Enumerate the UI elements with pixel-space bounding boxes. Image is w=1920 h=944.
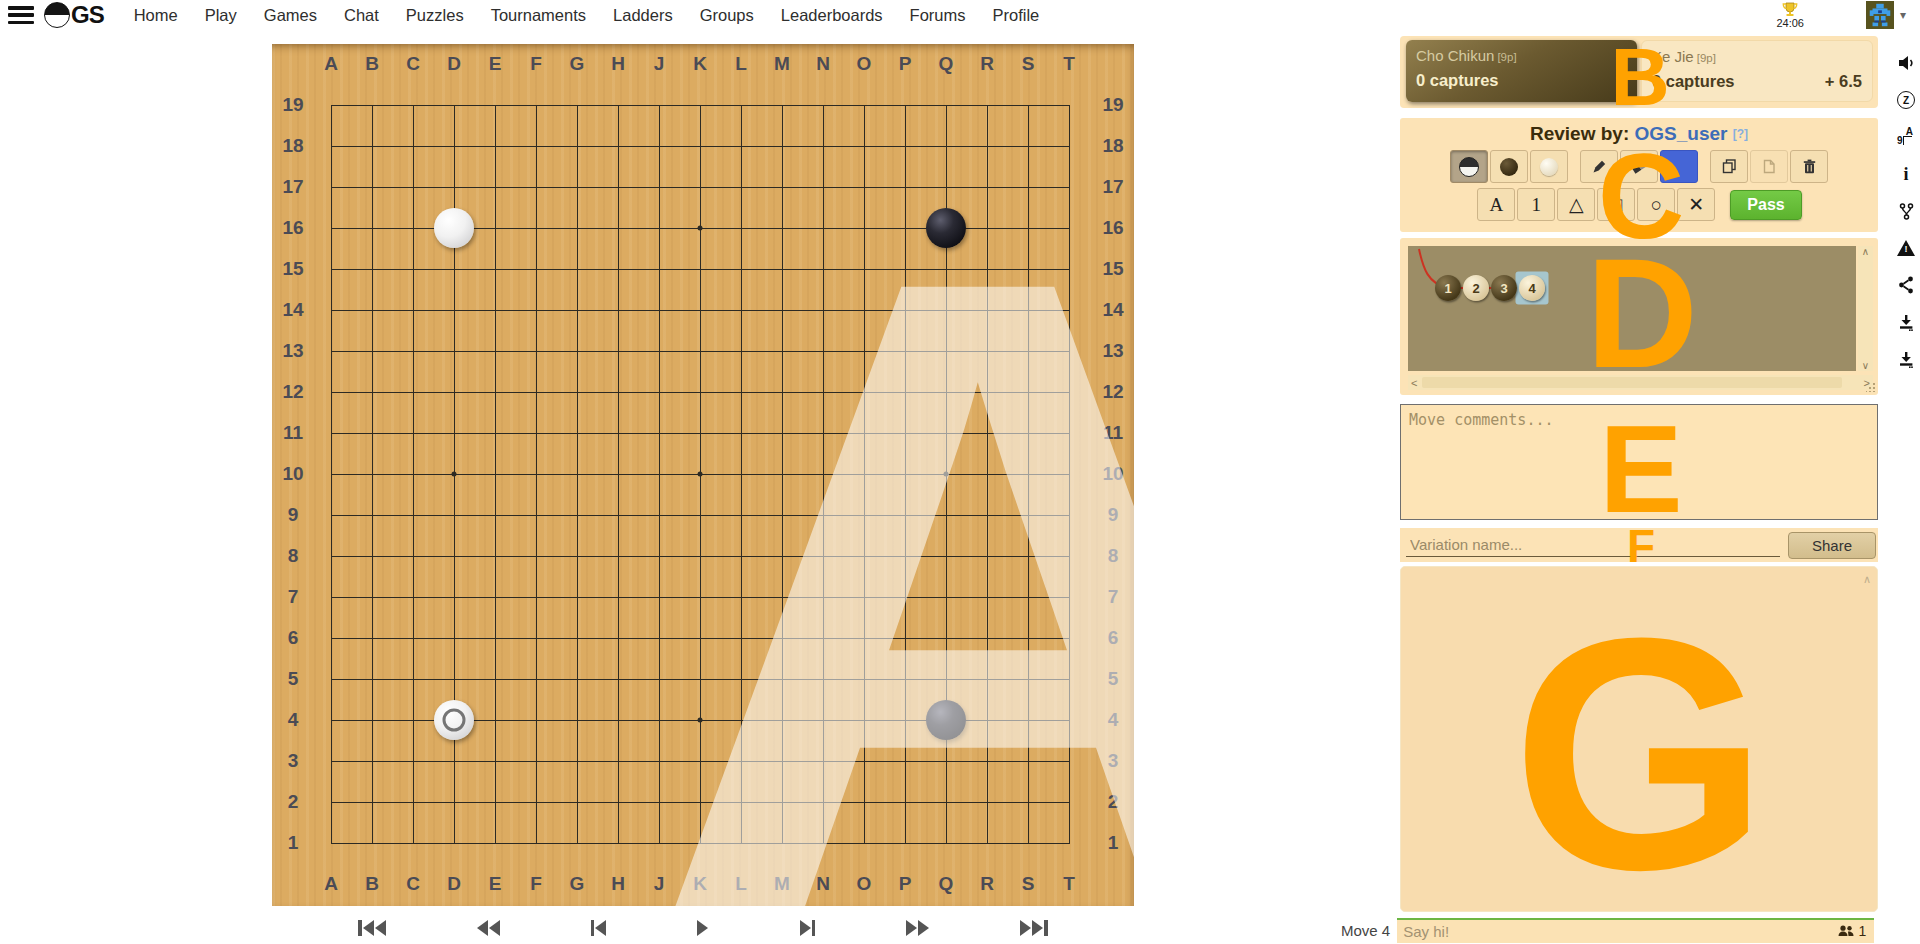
logo-text: GS <box>71 1 104 29</box>
board-coordinate: M <box>774 53 790 75</box>
board-coordinate: 18 <box>1102 135 1123 157</box>
users-icon <box>1838 925 1854 937</box>
board-coordinate: 13 <box>1102 340 1123 362</box>
black-captures: 0 captures <box>1416 71 1627 90</box>
stone-black-q16[interactable] <box>926 208 966 248</box>
board-coordinate: C <box>406 53 420 75</box>
board-coordinate: S <box>1022 53 1035 75</box>
nav-item-leaderboards[interactable]: Leaderboards <box>781 6 883 24</box>
tool-pencil[interactable] <box>1580 150 1618 183</box>
white-captures: 0 captures <box>1652 72 1735 91</box>
pencil-icon <box>1592 159 1607 174</box>
trash-icon <box>1803 159 1816 174</box>
stop-bar <box>358 920 362 936</box>
board-coordinate: Q <box>939 53 954 75</box>
alternate-stone-icon <box>1459 157 1479 177</box>
chat-input[interactable] <box>1397 923 1830 940</box>
logo-stone-icon <box>44 2 70 28</box>
nav-item-tournaments[interactable]: Tournaments <box>491 6 586 24</box>
variation-name-input[interactable] <box>1406 533 1780 557</box>
board-coordinate: 7 <box>288 586 299 608</box>
step-back-button[interactable] <box>591 920 607 936</box>
board-coordinate: 14 <box>282 299 303 321</box>
board-coordinate: 5 <box>1108 668 1119 690</box>
board-coordinate: C <box>406 873 420 895</box>
white-stone-icon <box>1540 158 1558 176</box>
board-coordinate: 1 <box>288 832 299 854</box>
board-coordinate: 5 <box>288 668 299 690</box>
stop-bar <box>1044 920 1048 936</box>
side-icon-strip: Z 9A i ! <box>1892 40 1920 910</box>
white-player-rank: [9p] <box>1697 52 1716 64</box>
arrow-shape <box>906 920 917 936</box>
board-coordinate: 17 <box>282 176 303 198</box>
board-coordinate: F <box>530 873 542 895</box>
board-coordinate: N <box>816 873 830 895</box>
report-icon[interactable]: ! <box>1897 239 1915 257</box>
board-coordinate: 8 <box>288 545 299 567</box>
tool-eraser[interactable] <box>1620 150 1658 183</box>
tool-delete-branch[interactable] <box>1790 150 1828 183</box>
board-coordinate: B <box>365 53 379 75</box>
board-coordinate: E <box>489 873 502 895</box>
board-coordinate: 18 <box>282 135 303 157</box>
board-coordinate: B <box>365 873 379 895</box>
board-coordinate: 3 <box>288 750 299 772</box>
board-coordinate: T <box>1063 873 1075 895</box>
menu-icon[interactable] <box>8 6 34 24</box>
board-coordinate: R <box>980 53 994 75</box>
ogs-logo[interactable]: GS <box>44 1 104 29</box>
tool-white-stone[interactable] <box>1530 150 1568 183</box>
online-count: 1 <box>1858 923 1866 939</box>
stop-bar <box>591 920 595 936</box>
white-komi: + 6.5 <box>1825 72 1862 91</box>
board-coordinate: 2 <box>288 791 299 813</box>
nav-item-home[interactable]: Home <box>134 6 178 24</box>
board-coordinate: 11 <box>283 422 303 444</box>
tree-vertical-scrollbar[interactable]: ∧∨ <box>1858 246 1873 371</box>
copy-icon <box>1722 159 1737 174</box>
tool-markup-1[interactable]: 1 <box>1517 188 1555 221</box>
board-coordinate: G <box>570 873 585 895</box>
tool-markup-4[interactable]: ○ <box>1637 188 1675 221</box>
nav-links: HomePlayGamesChatPuzzlesTournamentsLadde… <box>134 6 1067 25</box>
board-coordinate: T <box>1063 53 1075 75</box>
board-coordinate: D <box>447 873 461 895</box>
nav-item-play[interactable]: Play <box>205 6 237 24</box>
board-coordinate: H <box>611 53 625 75</box>
right-panel: Cho Chikun[9p] 0 captures Ke Jie[9p] 0 c… <box>1400 0 1878 944</box>
board-coordinate: R <box>980 873 994 895</box>
pass-button[interactable]: Pass <box>1730 190 1801 220</box>
board-coordinate: 6 <box>288 627 299 649</box>
playback-controls <box>272 914 1134 942</box>
board-coordinate: L <box>735 53 747 75</box>
board-coordinate: 3 <box>1108 750 1119 772</box>
nav-item-chat[interactable]: Chat <box>344 6 379 24</box>
board-coordinate: 16 <box>1102 217 1123 239</box>
board-coordinate: 19 <box>1102 94 1123 116</box>
board-coordinate: 10 <box>1102 463 1123 485</box>
star-point <box>944 472 949 477</box>
black-player-card[interactable]: Cho Chikun[9p] 0 captures <box>1406 40 1637 102</box>
board-coordinate: M <box>774 873 790 895</box>
arrow-shape <box>918 920 929 936</box>
tree-node-1[interactable]: 1 <box>1435 275 1461 301</box>
arrow-shape <box>375 920 386 936</box>
chat-input-wrap: 1 <box>1397 918 1874 943</box>
share-button[interactable]: Share <box>1788 532 1876 559</box>
scrollbar-thumb[interactable] <box>1422 377 1842 388</box>
scroll-up-icon[interactable]: ∧ <box>1862 246 1869 257</box>
tree-horizontal-scrollbar[interactable]: <> <box>1408 375 1873 390</box>
chat-log-panel[interactable]: ∧ <box>1400 566 1878 912</box>
arrow-shape <box>477 920 488 936</box>
volume-icon[interactable] <box>1897 54 1915 72</box>
star-point <box>452 472 457 477</box>
move-comments-input[interactable] <box>1400 404 1878 520</box>
board-coordinate: 9 <box>288 504 299 526</box>
board-coordinate: 15 <box>1102 258 1123 280</box>
nav-item-ladders[interactable]: Ladders <box>613 6 673 24</box>
players-bar: Cho Chikun[9p] 0 captures Ke Jie[9p] 0 c… <box>1400 36 1878 108</box>
board-coordinate: 9 <box>1108 504 1119 526</box>
chat-online-users[interactable]: 1 <box>1830 923 1874 939</box>
nav-item-games[interactable]: Games <box>264 6 317 24</box>
review-by-label: Review by: <box>1530 123 1629 144</box>
stop-bar <box>812 920 816 936</box>
board-coordinate: Q <box>939 873 954 895</box>
download-image-icon[interactable] <box>1897 350 1915 368</box>
star-point <box>698 226 703 231</box>
board-coordinate: 6 <box>1108 627 1119 649</box>
star-point <box>698 718 703 723</box>
nav-item-puzzles[interactable]: Puzzles <box>406 6 464 24</box>
board-coordinate: P <box>899 53 912 75</box>
board-coordinate: 7 <box>1108 586 1119 608</box>
play-button[interactable] <box>697 920 708 936</box>
white-player-card[interactable]: Ke Jie[9p] 0 captures+ 6.5 <box>1641 40 1873 102</box>
board-coordinate: 16 <box>282 217 303 239</box>
arrow-shape <box>489 920 500 936</box>
board-coordinate: A <box>324 53 338 75</box>
jump-to-end-button[interactable] <box>1020 920 1048 936</box>
board-coordinate: 13 <box>282 340 303 362</box>
tool-paste-branch[interactable] <box>1750 150 1788 183</box>
tool-markup-2[interactable]: △ <box>1557 188 1595 221</box>
board-coordinate: 4 <box>288 709 299 731</box>
stone-white-d4[interactable] <box>434 700 474 740</box>
tool-markup-5[interactable]: ✕ <box>1677 188 1715 221</box>
move-comments-panel <box>1400 404 1878 520</box>
board-coordinate: 4 <box>1108 709 1119 731</box>
board-coordinate: 19 <box>282 94 303 116</box>
review-controls: Review by: OGS_user [?] <box>1400 118 1878 232</box>
move-tree-lines <box>1408 246 1856 371</box>
board-coordinate: K <box>693 53 707 75</box>
board-coordinate: E <box>489 53 502 75</box>
board-coordinate: 12 <box>282 381 303 403</box>
tree-resize-handle[interactable] <box>1866 383 1875 392</box>
game-info-icon[interactable]: i <box>1897 165 1915 183</box>
last-move-marker <box>443 709 466 732</box>
help-badge[interactable]: [?] <box>1733 127 1748 141</box>
board-coordinate: N <box>816 53 830 75</box>
board-coordinate: 15 <box>282 258 303 280</box>
board-coordinate: S <box>1022 873 1035 895</box>
board-coordinate: A <box>324 873 338 895</box>
tool-black-stone[interactable] <box>1490 150 1528 183</box>
tool-copy-branch[interactable] <box>1710 150 1748 183</box>
stone-white-d16[interactable] <box>434 208 474 248</box>
black-player-name[interactable]: Cho Chikun <box>1416 47 1494 64</box>
tool-markup-0[interactable]: A <box>1477 188 1515 221</box>
fork-game-icon[interactable] <box>1897 202 1915 220</box>
board-coordinate: D <box>447 53 461 75</box>
share-link-icon[interactable] <box>1897 276 1915 294</box>
stone-black-q4[interactable] <box>926 700 966 740</box>
board-coordinate: L <box>735 873 747 895</box>
board-coordinate: G <box>570 53 585 75</box>
download-sgf-icon[interactable] <box>1897 313 1915 331</box>
nav-item-forums[interactable]: Forums <box>910 6 966 24</box>
board-coordinate: 8 <box>1108 545 1119 567</box>
scroll-left-icon[interactable]: < <box>1411 377 1417 389</box>
board-coordinate: H <box>611 873 625 895</box>
tree-node-2[interactable]: 2 <box>1463 275 1489 301</box>
board-coordinate: 10 <box>282 463 303 485</box>
review-title: Review by: OGS_user [?] <box>1400 123 1878 145</box>
move-number-label: Move 4 <box>1341 922 1390 939</box>
black-player-rank: [9p] <box>1497 51 1516 63</box>
go-board[interactable]: A AABBCCDDEEFFGGHHJJKKLLMMNNOOPPQQRRSSTT… <box>272 44 1134 906</box>
white-player-name[interactable]: Ke Jie <box>1652 48 1694 65</box>
arrow-shape <box>697 920 708 936</box>
fast-rewind-button[interactable] <box>477 920 500 936</box>
scroll-down-icon[interactable]: ∨ <box>1862 360 1869 371</box>
zen-mode-icon[interactable]: Z <box>1897 91 1915 109</box>
nav-item-profile[interactable]: Profile <box>993 6 1040 24</box>
board-coordinate: J <box>654 53 665 75</box>
chat-input-row: Move 4 1 <box>1341 917 1874 943</box>
chat-scroll-up-icon[interactable]: ∧ <box>1863 573 1871 586</box>
board-coordinate: O <box>857 873 872 895</box>
arrow-shape <box>1020 920 1031 936</box>
chevron-down-icon[interactable]: ▾ <box>1900 8 1906 22</box>
tree-node-3[interactable]: 3 <box>1491 275 1517 301</box>
move-tree-canvas[interactable]: 1234 <box>1408 246 1856 371</box>
markup-tool-row: A1△□○✕Pass <box>1400 188 1878 221</box>
board-coordinate: F <box>530 53 542 75</box>
tool-markup-3[interactable]: □ <box>1597 188 1635 221</box>
arrow-shape <box>363 920 374 936</box>
board-coordinate: 17 <box>1102 176 1123 198</box>
board-coordinate: P <box>899 873 912 895</box>
arrow-shape <box>1032 920 1043 936</box>
tree-node-4[interactable]: 4 <box>1519 275 1545 301</box>
arrow-shape <box>800 920 811 936</box>
ogs-review-page: GS HomePlayGamesChatPuzzlesTournamentsLa… <box>0 0 1920 944</box>
arrow-shape <box>595 920 606 936</box>
board-coordinate: 1 <box>1108 832 1119 854</box>
jump-to-start-button[interactable] <box>358 920 386 936</box>
tool-pen-color[interactable] <box>1660 150 1698 183</box>
coordinates-icon[interactable]: 9A <box>1897 128 1915 146</box>
variation-bar: Share <box>1400 528 1878 562</box>
board-coordinate: 11 <box>1103 422 1123 444</box>
reviewer-link[interactable]: OGS_user <box>1635 123 1728 144</box>
eraser-icon <box>1631 160 1648 174</box>
nav-item-groups[interactable]: Groups <box>700 6 754 24</box>
board-coordinate: 2 <box>1108 791 1119 813</box>
step-forward-button[interactable] <box>800 920 816 936</box>
board-coordinate: J <box>654 873 665 895</box>
tool-alternate-stone[interactable] <box>1450 150 1488 183</box>
board-coordinate: 12 <box>1102 381 1123 403</box>
board-coordinate: O <box>857 53 872 75</box>
board-coordinate: 14 <box>1102 299 1123 321</box>
fast-forward-button[interactable] <box>906 920 929 936</box>
paste-icon <box>1762 159 1776 174</box>
star-point <box>698 472 703 477</box>
move-tree-panel: 1234 ∧∨ <> <box>1400 238 1878 395</box>
board-coordinate: K <box>693 873 707 895</box>
black-stone-icon <box>1500 158 1518 176</box>
stone-tool-row <box>1400 150 1878 183</box>
